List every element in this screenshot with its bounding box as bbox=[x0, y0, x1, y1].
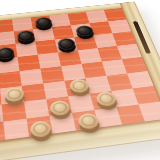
scene bbox=[0, 0, 160, 160]
board-square[interactable] bbox=[3, 119, 29, 140]
checkers-tray bbox=[0, 1, 160, 160]
